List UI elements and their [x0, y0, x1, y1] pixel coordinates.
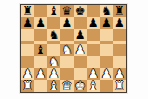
square-d7[interactable]: ♟ — [60, 17, 73, 29]
white-pawn[interactable]: ♟ — [75, 44, 86, 56]
square-b2[interactable]: ♟ — [34, 68, 47, 80]
square-e3[interactable] — [74, 56, 87, 68]
square-h4[interactable] — [113, 44, 126, 56]
white-knight[interactable]: ♞ — [62, 44, 73, 56]
square-g4[interactable] — [100, 44, 113, 56]
square-d3[interactable] — [60, 56, 73, 68]
board-frame: ♜♝♛♚♞♜♟♟♟♟♟♟♞♟♝♞♟♞♟♟♟♟♟♟♜♝♛♚♝♜ — [20, 4, 127, 93]
white-rook[interactable]: ♜ — [22, 80, 33, 92]
black-bishop[interactable]: ♝ — [48, 5, 59, 17]
square-b6[interactable] — [34, 29, 47, 41]
square-a4[interactable] — [21, 44, 34, 56]
square-c1[interactable]: ♝ — [47, 80, 60, 92]
square-g2[interactable]: ♟ — [100, 68, 113, 80]
square-h7[interactable]: ♟ — [113, 17, 126, 29]
square-d4[interactable]: ♞ — [60, 44, 73, 56]
square-c6[interactable]: ♞ — [47, 29, 60, 41]
white-bishop[interactable]: ♝ — [88, 80, 99, 92]
white-king[interactable]: ♚ — [75, 80, 86, 92]
chess-app-canvas: ♜♝♛♚♞♜♟♟♟♟♟♟♞♟♝♞♟♞♟♟♟♟♟♟♜♝♛♚♝♜ — [0, 0, 148, 99]
black-pawn[interactable]: ♟ — [22, 17, 33, 29]
square-b7[interactable]: ♟ — [34, 17, 47, 29]
square-f4[interactable] — [87, 44, 100, 56]
square-e1[interactable]: ♚ — [74, 80, 87, 92]
square-d6[interactable] — [60, 29, 73, 41]
square-f6[interactable] — [87, 29, 100, 41]
white-queen[interactable]: ♛ — [62, 80, 73, 92]
square-g1[interactable] — [100, 80, 113, 92]
square-e6[interactable]: ♟ — [74, 29, 87, 41]
square-a7[interactable]: ♟ — [21, 17, 34, 29]
white-pawn[interactable]: ♟ — [101, 68, 112, 80]
black-pawn[interactable]: ♟ — [114, 17, 125, 29]
square-b1[interactable] — [34, 80, 47, 92]
black-pawn[interactable]: ♟ — [101, 17, 112, 29]
square-d1[interactable]: ♛ — [60, 80, 73, 92]
square-g6[interactable] — [100, 29, 113, 41]
black-king[interactable]: ♚ — [75, 5, 86, 17]
black-pawn[interactable]: ♟ — [62, 17, 73, 29]
white-bishop[interactable]: ♝ — [48, 80, 59, 92]
square-a1[interactable]: ♜ — [21, 80, 34, 92]
square-c8[interactable]: ♝ — [47, 5, 60, 17]
white-rook[interactable]: ♜ — [114, 80, 125, 92]
black-pawn[interactable]: ♟ — [35, 17, 46, 29]
white-pawn[interactable]: ♟ — [35, 68, 46, 80]
square-e8[interactable]: ♚ — [74, 5, 87, 17]
square-e4[interactable]: ♟ — [74, 44, 87, 56]
chess-board[interactable]: ♜♝♛♚♞♜♟♟♟♟♟♟♞♟♝♞♟♞♟♟♟♟♟♟♜♝♛♚♝♜ — [21, 5, 126, 92]
square-b4[interactable]: ♝ — [34, 44, 47, 56]
black-bishop[interactable]: ♝ — [35, 44, 46, 56]
square-a6[interactable] — [21, 29, 34, 41]
square-f1[interactable]: ♝ — [87, 80, 100, 92]
black-pawn[interactable]: ♟ — [75, 29, 86, 41]
square-g7[interactable]: ♟ — [100, 17, 113, 29]
black-knight[interactable]: ♞ — [48, 29, 59, 41]
black-pawn[interactable]: ♟ — [88, 17, 99, 29]
square-h1[interactable]: ♜ — [113, 80, 126, 92]
square-h6[interactable] — [113, 29, 126, 41]
square-f7[interactable]: ♟ — [87, 17, 100, 29]
